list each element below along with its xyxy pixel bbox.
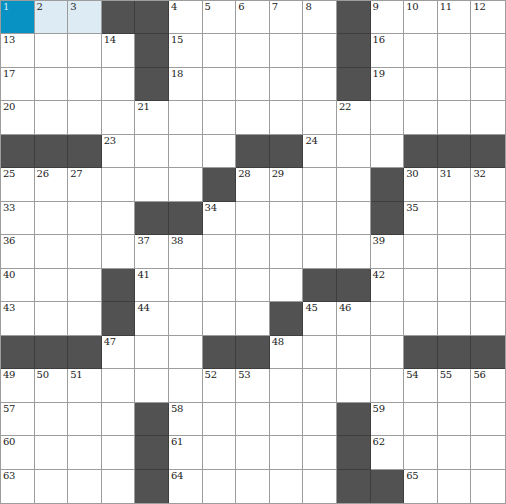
cell-r5c8[interactable]: 29 — [270, 168, 304, 201]
cell-r9c12[interactable] — [404, 302, 438, 335]
cell-r5c3[interactable] — [102, 168, 136, 201]
clue-number-49: 49 — [3, 369, 15, 381]
cell-r0c11[interactable]: 9 — [371, 1, 405, 34]
clue-number-5: 5 — [205, 1, 211, 13]
cell-r3c13[interactable] — [438, 101, 472, 134]
cell-r1c6[interactable] — [203, 34, 237, 67]
cell-r9c4[interactable]: 44 — [135, 302, 169, 335]
cell-r13c13[interactable] — [438, 436, 472, 469]
cell-r10c3[interactable]: 47 — [102, 336, 136, 369]
cell-r12c9[interactable] — [303, 403, 337, 436]
cell-r3c14[interactable] — [471, 101, 505, 134]
clue-number-44: 44 — [137, 302, 149, 314]
cell-r8c1[interactable] — [35, 269, 69, 302]
cell-r11c10[interactable] — [337, 369, 371, 402]
cell-r13c2[interactable] — [68, 436, 102, 469]
cell-r12c1[interactable] — [35, 403, 69, 436]
clue-number-42: 42 — [373, 269, 385, 281]
cell-r14c14[interactable] — [471, 470, 505, 503]
clue-number-10: 10 — [406, 1, 418, 13]
clue-number-14: 14 — [104, 34, 116, 46]
cell-r3c12[interactable] — [404, 101, 438, 134]
black-cell-r13c10 — [337, 436, 371, 469]
cell-r8c5[interactable] — [169, 269, 203, 302]
cell-r0c13[interactable]: 11 — [438, 1, 472, 34]
black-cell-r4c2 — [68, 135, 102, 168]
cell-r11c11[interactable] — [371, 369, 405, 402]
cell-r6c8[interactable] — [270, 202, 304, 235]
cell-r4c9[interactable]: 24 — [303, 135, 337, 168]
black-cell-r4c14 — [471, 135, 505, 168]
cell-r3c11[interactable] — [371, 101, 405, 134]
black-cell-r10c12 — [404, 336, 438, 369]
cell-r3c1[interactable] — [35, 101, 69, 134]
clue-number-45: 45 — [305, 302, 317, 314]
black-cell-r2c10 — [337, 68, 371, 101]
clue-number-46: 46 — [339, 302, 351, 314]
clue-number-13: 13 — [3, 34, 15, 46]
cell-r5c13[interactable]: 31 — [438, 168, 472, 201]
cell-r14c9[interactable] — [303, 470, 337, 503]
crossword-grid: 1234567891011121314151617181920212223242… — [0, 0, 506, 504]
cell-r6c7[interactable] — [236, 202, 270, 235]
cell-r1c5[interactable]: 15 — [169, 34, 203, 67]
cell-r5c5[interactable] — [169, 168, 203, 201]
cell-r3c4[interactable]: 21 — [135, 101, 169, 134]
clue-number-51: 51 — [70, 369, 82, 381]
cell-r8c7[interactable] — [236, 269, 270, 302]
cell-r6c0[interactable]: 33 — [1, 202, 35, 235]
black-cell-r1c4 — [135, 34, 169, 67]
black-cell-r1c10 — [337, 34, 371, 67]
cell-r5c12[interactable]: 30 — [404, 168, 438, 201]
cell-r14c13[interactable] — [438, 470, 472, 503]
cell-r7c9[interactable] — [303, 235, 337, 268]
cell-r9c7[interactable] — [236, 302, 270, 335]
cell-r0c8[interactable]: 7 — [270, 1, 304, 34]
cell-r5c2[interactable]: 27 — [68, 168, 102, 201]
cell-r12c14[interactable] — [471, 403, 505, 436]
cell-r12c8[interactable] — [270, 403, 304, 436]
cell-r5c10[interactable] — [337, 168, 371, 201]
clue-number-8: 8 — [305, 1, 311, 13]
cell-r9c13[interactable] — [438, 302, 472, 335]
clue-number-31: 31 — [440, 168, 452, 180]
clue-number-32: 32 — [473, 168, 485, 180]
black-cell-r12c4 — [135, 403, 169, 436]
clue-number-35: 35 — [406, 202, 418, 214]
black-cell-r6c4 — [135, 202, 169, 235]
cell-r2c13[interactable] — [438, 68, 472, 101]
clue-number-18: 18 — [171, 68, 183, 80]
cell-r11c0[interactable]: 49 — [1, 369, 35, 402]
cell-r14c6[interactable] — [203, 470, 237, 503]
cell-r7c6[interactable] — [203, 235, 237, 268]
clue-number-6: 6 — [238, 1, 244, 13]
clue-number-55: 55 — [440, 369, 452, 381]
clue-number-20: 20 — [3, 101, 15, 113]
cell-r11c14[interactable]: 56 — [471, 369, 505, 402]
black-cell-r6c11 — [371, 202, 405, 235]
clue-number-61: 61 — [171, 436, 183, 448]
black-cell-r10c2 — [68, 336, 102, 369]
cell-r2c0[interactable]: 17 — [1, 68, 35, 101]
clue-number-60: 60 — [3, 436, 15, 448]
clue-number-52: 52 — [205, 369, 217, 381]
cell-r0c12[interactable]: 10 — [404, 1, 438, 34]
cell-r12c2[interactable] — [68, 403, 102, 436]
cell-r5c4[interactable] — [135, 168, 169, 201]
cell-r13c3[interactable] — [102, 436, 136, 469]
cell-r12c6[interactable] — [203, 403, 237, 436]
cell-r0c1[interactable]: 2 — [35, 1, 69, 34]
black-cell-r10c13 — [438, 336, 472, 369]
cell-r3c3[interactable] — [102, 101, 136, 134]
cell-r1c3[interactable]: 14 — [102, 34, 136, 67]
cell-r5c9[interactable] — [303, 168, 337, 201]
cell-r1c8[interactable] — [270, 34, 304, 67]
clue-number-47: 47 — [104, 336, 116, 348]
clue-number-23: 23 — [104, 135, 116, 147]
clue-number-63: 63 — [3, 470, 15, 482]
cell-r11c7[interactable]: 53 — [236, 369, 270, 402]
black-cell-r13c4 — [135, 436, 169, 469]
cell-r1c1[interactable] — [35, 34, 69, 67]
black-cell-r10c7 — [236, 336, 270, 369]
clue-number-1: 1 — [3, 1, 9, 13]
cell-r13c6[interactable] — [203, 436, 237, 469]
cell-r12c0[interactable]: 57 — [1, 403, 35, 436]
clue-number-65: 65 — [406, 470, 418, 482]
cell-r11c9[interactable] — [303, 369, 337, 402]
clue-number-15: 15 — [171, 34, 183, 46]
cell-r5c7[interactable]: 28 — [236, 168, 270, 201]
cell-r6c14[interactable] — [471, 202, 505, 235]
black-cell-r14c4 — [135, 470, 169, 503]
cell-r8c11[interactable]: 42 — [371, 269, 405, 302]
clue-number-9: 9 — [373, 1, 379, 13]
clue-number-54: 54 — [406, 369, 418, 381]
cell-r4c3[interactable]: 23 — [102, 135, 136, 168]
clue-number-41: 41 — [137, 269, 149, 281]
cell-r0c14[interactable]: 12 — [471, 1, 505, 34]
black-cell-r4c8 — [270, 135, 304, 168]
cell-r9c0[interactable]: 43 — [1, 302, 35, 335]
black-cell-r10c0 — [1, 336, 35, 369]
cell-r9c14[interactable] — [471, 302, 505, 335]
cell-r13c5[interactable]: 61 — [169, 436, 203, 469]
cell-r13c1[interactable] — [35, 436, 69, 469]
clue-number-4: 4 — [171, 1, 177, 13]
cell-r8c12[interactable] — [404, 269, 438, 302]
cell-r0c5[interactable]: 4 — [169, 1, 203, 34]
cell-r6c3[interactable] — [102, 202, 136, 235]
cell-r2c5[interactable]: 18 — [169, 68, 203, 101]
black-cell-r4c7 — [236, 135, 270, 168]
clue-number-2: 2 — [37, 1, 43, 13]
cell-r9c11[interactable] — [371, 302, 405, 335]
cell-r13c8[interactable] — [270, 436, 304, 469]
cell-r6c10[interactable] — [337, 202, 371, 235]
cell-r7c0[interactable]: 36 — [1, 235, 35, 268]
cell-r1c2[interactable] — [68, 34, 102, 67]
black-cell-r10c1 — [35, 336, 69, 369]
cell-r10c4[interactable] — [135, 336, 169, 369]
cell-r7c3[interactable] — [102, 235, 136, 268]
black-cell-r0c3 — [102, 1, 136, 34]
cell-r12c3[interactable] — [102, 403, 136, 436]
cell-r10c10[interactable] — [337, 336, 371, 369]
clue-number-25: 25 — [3, 168, 15, 180]
cell-r6c9[interactable] — [303, 202, 337, 235]
cell-r6c13[interactable] — [438, 202, 472, 235]
clue-number-56: 56 — [473, 369, 485, 381]
cell-r5c14[interactable]: 32 — [471, 168, 505, 201]
cell-r0c2[interactable]: 3 — [68, 1, 102, 34]
cell-r12c13[interactable] — [438, 403, 472, 436]
clue-number-26: 26 — [37, 168, 49, 180]
cell-r7c14[interactable] — [471, 235, 505, 268]
cell-r4c4[interactable] — [135, 135, 169, 168]
cell-r3c7[interactable] — [236, 101, 270, 134]
cell-r12c12[interactable] — [404, 403, 438, 436]
cell-r0c6[interactable]: 5 — [203, 1, 237, 34]
cell-r12c7[interactable] — [236, 403, 270, 436]
cell-r11c13[interactable]: 55 — [438, 369, 472, 402]
clue-number-7: 7 — [272, 1, 278, 13]
cell-r5c0[interactable]: 25 — [1, 168, 35, 201]
cell-r1c0[interactable]: 13 — [1, 34, 35, 67]
cell-r6c6[interactable]: 34 — [203, 202, 237, 235]
cell-r6c1[interactable] — [35, 202, 69, 235]
cell-r14c8[interactable] — [270, 470, 304, 503]
cell-r7c2[interactable] — [68, 235, 102, 268]
cell-r11c8[interactable] — [270, 369, 304, 402]
clue-number-39: 39 — [373, 235, 385, 247]
cell-r14c12[interactable]: 65 — [404, 470, 438, 503]
cell-r7c7[interactable] — [236, 235, 270, 268]
clue-number-62: 62 — [373, 436, 385, 448]
black-cell-r10c6 — [203, 336, 237, 369]
cell-r11c2[interactable]: 51 — [68, 369, 102, 402]
black-cell-r9c3 — [102, 302, 136, 335]
clue-number-53: 53 — [238, 369, 250, 381]
cell-r1c13[interactable] — [438, 34, 472, 67]
black-cell-r14c10 — [337, 470, 371, 503]
cell-r8c6[interactable] — [203, 269, 237, 302]
black-cell-r14c11 — [371, 470, 405, 503]
cell-r7c10[interactable] — [337, 235, 371, 268]
clue-number-40: 40 — [3, 269, 15, 281]
cell-r6c2[interactable] — [68, 202, 102, 235]
cell-r12c11[interactable]: 59 — [371, 403, 405, 436]
cell-r14c0[interactable]: 63 — [1, 470, 35, 503]
black-cell-r5c6 — [203, 168, 237, 201]
cell-r9c2[interactable] — [68, 302, 102, 335]
black-cell-r9c8 — [270, 302, 304, 335]
cell-r7c5[interactable]: 38 — [169, 235, 203, 268]
cell-r14c1[interactable] — [35, 470, 69, 503]
clue-number-33: 33 — [3, 202, 15, 214]
cell-r1c11[interactable]: 16 — [371, 34, 405, 67]
cell-r8c0[interactable]: 40 — [1, 269, 35, 302]
cell-r13c7[interactable] — [236, 436, 270, 469]
cell-r13c11[interactable]: 62 — [371, 436, 405, 469]
black-cell-r4c13 — [438, 135, 472, 168]
cell-r2c1[interactable] — [35, 68, 69, 101]
clue-number-38: 38 — [171, 235, 183, 247]
cell-r11c4[interactable] — [135, 369, 169, 402]
black-cell-r10c14 — [471, 336, 505, 369]
cell-r3c10[interactable]: 22 — [337, 101, 371, 134]
clue-number-11: 11 — [440, 1, 452, 13]
cell-r5c1[interactable]: 26 — [35, 168, 69, 201]
cell-r14c2[interactable] — [68, 470, 102, 503]
cell-r4c11[interactable] — [371, 135, 405, 168]
cell-r11c3[interactable] — [102, 369, 136, 402]
cell-r2c14[interactable] — [471, 68, 505, 101]
cell-r12c5[interactable]: 58 — [169, 403, 203, 436]
cell-r13c14[interactable] — [471, 436, 505, 469]
cell-r14c3[interactable] — [102, 470, 136, 503]
black-cell-r4c1 — [35, 135, 69, 168]
cell-r8c8[interactable] — [270, 269, 304, 302]
clue-number-30: 30 — [406, 168, 418, 180]
cell-r0c9[interactable]: 8 — [303, 1, 337, 34]
clue-number-37: 37 — [137, 235, 149, 247]
cell-r7c11[interactable]: 39 — [371, 235, 405, 268]
cell-r11c6[interactable]: 52 — [203, 369, 237, 402]
cell-r8c14[interactable] — [471, 269, 505, 302]
clue-number-27: 27 — [70, 168, 82, 180]
cell-r9c1[interactable] — [35, 302, 69, 335]
cell-r14c5[interactable]: 64 — [169, 470, 203, 503]
cell-r1c9[interactable] — [303, 34, 337, 67]
clue-number-64: 64 — [171, 470, 183, 482]
cell-r7c8[interactable] — [270, 235, 304, 268]
cell-r9c10[interactable]: 46 — [337, 302, 371, 335]
cell-r2c3[interactable] — [102, 68, 136, 101]
cell-r2c8[interactable] — [270, 68, 304, 101]
cell-r6c12[interactable]: 35 — [404, 202, 438, 235]
cell-r4c5[interactable] — [169, 135, 203, 168]
clue-number-22: 22 — [339, 101, 351, 113]
cell-r10c8[interactable]: 48 — [270, 336, 304, 369]
cell-r3c2[interactable] — [68, 101, 102, 134]
cell-r13c0[interactable]: 60 — [1, 436, 35, 469]
cell-r2c12[interactable] — [404, 68, 438, 101]
clue-number-19: 19 — [373, 68, 385, 80]
cell-r3c9[interactable] — [303, 101, 337, 134]
cell-r1c14[interactable] — [471, 34, 505, 67]
cell-r10c11[interactable] — [371, 336, 405, 369]
black-cell-r0c4 — [135, 1, 169, 34]
clue-number-50: 50 — [37, 369, 49, 381]
cell-r9c9[interactable]: 45 — [303, 302, 337, 335]
clue-number-48: 48 — [272, 336, 284, 348]
cell-r7c13[interactable] — [438, 235, 472, 268]
clue-number-34: 34 — [205, 202, 217, 214]
cell-r8c13[interactable] — [438, 269, 472, 302]
cell-r10c5[interactable] — [169, 336, 203, 369]
black-cell-r6c5 — [169, 202, 203, 235]
cell-r8c4[interactable]: 41 — [135, 269, 169, 302]
clue-number-17: 17 — [3, 68, 15, 80]
clue-number-29: 29 — [272, 168, 284, 180]
black-cell-r4c12 — [404, 135, 438, 168]
cell-r3c6[interactable] — [203, 101, 237, 134]
cell-r8c2[interactable] — [68, 269, 102, 302]
cell-r11c12[interactable]: 54 — [404, 369, 438, 402]
cell-r7c4[interactable]: 37 — [135, 235, 169, 268]
clue-number-16: 16 — [373, 34, 385, 46]
cell-r3c8[interactable] — [270, 101, 304, 134]
cell-r4c10[interactable] — [337, 135, 371, 168]
cell-r3c0[interactable]: 20 — [1, 101, 35, 134]
clue-number-28: 28 — [238, 168, 250, 180]
black-cell-r8c3 — [102, 269, 136, 302]
black-cell-r12c10 — [337, 403, 371, 436]
clue-number-58: 58 — [171, 403, 183, 415]
black-cell-r2c4 — [135, 68, 169, 101]
cell-r9c5[interactable] — [169, 302, 203, 335]
clue-number-21: 21 — [137, 101, 149, 113]
cell-r10c9[interactable] — [303, 336, 337, 369]
cell-r11c5[interactable] — [169, 369, 203, 402]
cell-r2c11[interactable]: 19 — [371, 68, 405, 101]
cell-r1c12[interactable] — [404, 34, 438, 67]
cell-r7c12[interactable] — [404, 235, 438, 268]
clue-number-57: 57 — [3, 403, 15, 415]
cell-r2c6[interactable] — [203, 68, 237, 101]
cell-r2c2[interactable] — [68, 68, 102, 101]
cell-r4c6[interactable] — [203, 135, 237, 168]
cell-r13c12[interactable] — [404, 436, 438, 469]
cell-r0c7[interactable]: 6 — [236, 1, 270, 34]
cell-r2c7[interactable] — [236, 68, 270, 101]
clue-number-43: 43 — [3, 302, 15, 314]
cell-r2c9[interactable] — [303, 68, 337, 101]
cell-r9c6[interactable] — [203, 302, 237, 335]
cell-r1c7[interactable] — [236, 34, 270, 67]
cell-r11c1[interactable]: 50 — [35, 369, 69, 402]
cell-r7c1[interactable] — [35, 235, 69, 268]
clue-number-24: 24 — [305, 135, 317, 147]
black-cell-r8c9 — [303, 269, 337, 302]
clue-number-12: 12 — [473, 1, 485, 13]
cell-r13c9[interactable] — [303, 436, 337, 469]
clue-number-36: 36 — [3, 235, 15, 247]
cell-r3c5[interactable] — [169, 101, 203, 134]
clue-number-59: 59 — [373, 403, 385, 415]
cell-r0c0[interactable]: 1 — [1, 1, 35, 34]
cell-r14c7[interactable] — [236, 470, 270, 503]
black-cell-r8c10 — [337, 269, 371, 302]
black-cell-r4c0 — [1, 135, 35, 168]
black-cell-r5c11 — [371, 168, 405, 201]
black-cell-r0c10 — [337, 1, 371, 34]
clue-number-3: 3 — [70, 1, 76, 13]
